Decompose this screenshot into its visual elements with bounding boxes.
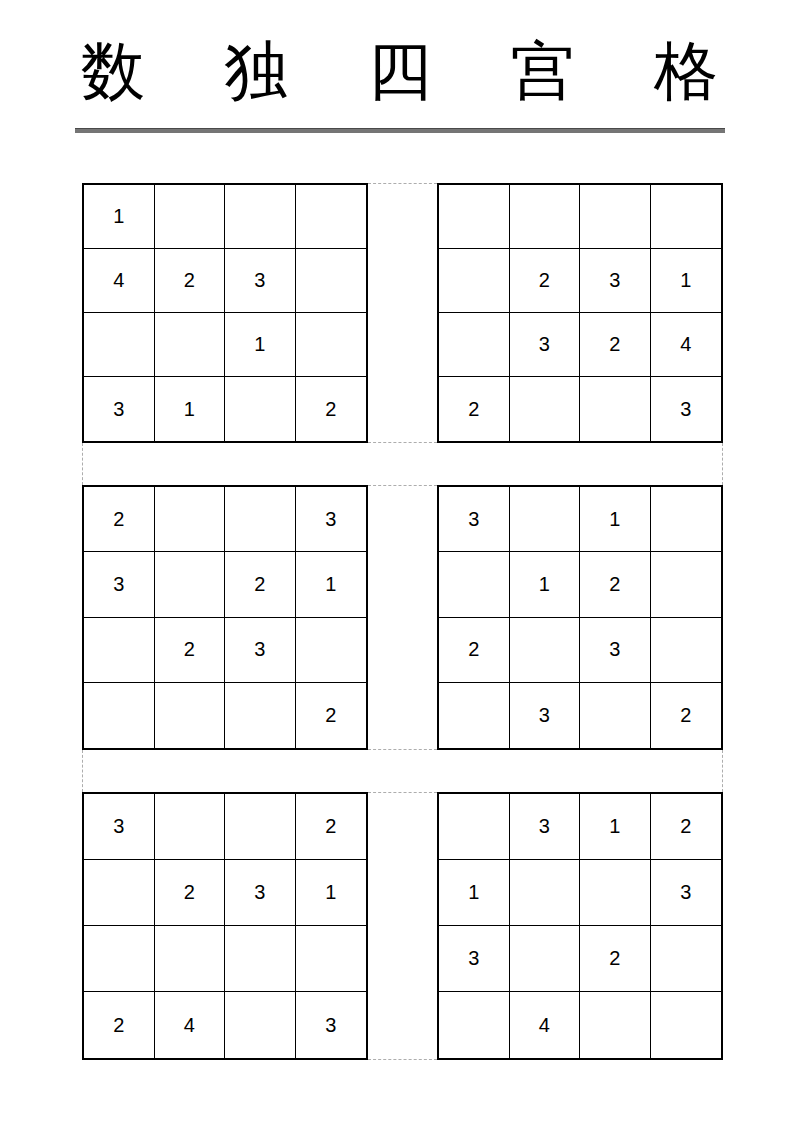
p1-r1c4 — [296, 185, 367, 249]
p4-r2c4 — [651, 552, 722, 617]
p2-r3c4: 4 — [651, 313, 722, 377]
p1-r4c3 — [225, 377, 296, 441]
p2-r2c2: 2 — [510, 249, 581, 313]
p2-r1c1 — [439, 185, 510, 249]
p2-r3c1 — [439, 313, 510, 377]
p6-r3c4 — [651, 926, 722, 992]
title-char: 独 — [224, 38, 288, 105]
p1-r2c1: 4 — [84, 249, 155, 313]
p5-r4c2: 4 — [155, 992, 226, 1058]
title-divider — [75, 128, 725, 133]
p1-r1c1: 1 — [84, 185, 155, 249]
table-gap — [368, 750, 437, 792]
p4-r4c1 — [439, 683, 510, 748]
p3-r3c3: 3 — [225, 618, 296, 683]
p3-r1c4: 3 — [296, 487, 367, 552]
p1-r4c4: 2 — [296, 377, 367, 441]
table-gap — [368, 443, 437, 485]
p3-r4c2 — [155, 683, 226, 748]
p6-r1c3: 1 — [580, 794, 651, 860]
p6-r4c3 — [580, 992, 651, 1058]
p2-r1c3 — [580, 185, 651, 249]
p5-r2c1 — [84, 860, 155, 926]
p3-r2c3: 2 — [225, 552, 296, 617]
p4-r4c4: 2 — [651, 683, 722, 748]
p2-r2c4: 1 — [651, 249, 722, 313]
p6-r2c3 — [580, 860, 651, 926]
p5-r3c3 — [225, 926, 296, 992]
worksheet-page: 数 独 四 宫 格 1 4 2 3 1 3 1 2 — [0, 0, 793, 1122]
p5-r2c3: 3 — [225, 860, 296, 926]
p5-r4c1: 2 — [84, 992, 155, 1058]
p6-r1c1 — [439, 794, 510, 860]
sudoku-grid-1: 1 4 2 3 1 3 1 2 — [82, 183, 368, 443]
p3-r3c4 — [296, 618, 367, 683]
p4-r1c1: 3 — [439, 487, 510, 552]
p2-r3c2: 3 — [510, 313, 581, 377]
p6-r3c1: 3 — [439, 926, 510, 992]
title-char: 格 — [654, 38, 718, 105]
p6-r3c2 — [510, 926, 581, 992]
p5-r4c4: 3 — [296, 992, 367, 1058]
p4-r2c2: 1 — [510, 552, 581, 617]
p6-r1c4: 2 — [651, 794, 722, 860]
title-char: 四 — [368, 38, 432, 105]
p6-r4c2: 4 — [510, 992, 581, 1058]
p1-r2c4 — [296, 249, 367, 313]
p1-r2c2: 2 — [155, 249, 226, 313]
sudoku-grid-3: 2 3 3 2 1 2 3 2 — [82, 485, 368, 750]
p3-r4c1 — [84, 683, 155, 748]
p4-r2c3: 2 — [580, 552, 651, 617]
page-title: 数 独 四 宫 格 — [81, 38, 718, 105]
p3-r3c1 — [84, 618, 155, 683]
p6-r3c3: 2 — [580, 926, 651, 992]
p6-r2c2 — [510, 860, 581, 926]
p3-r3c2: 2 — [155, 618, 226, 683]
p5-r2c2: 2 — [155, 860, 226, 926]
p2-r3c3: 2 — [580, 313, 651, 377]
p4-r1c2 — [510, 487, 581, 552]
puzzle-table: 1 4 2 3 1 3 1 2 2 3 1 — [82, 183, 723, 1060]
p1-r3c2 — [155, 313, 226, 377]
sudoku-grid-5: 3 2 2 3 1 2 4 3 — [82, 792, 368, 1060]
sudoku-grid-6: 3 1 2 1 3 3 2 4 — [437, 792, 723, 1060]
p4-r3c4 — [651, 618, 722, 683]
p1-r3c4 — [296, 313, 367, 377]
title-char: 数 — [81, 38, 145, 105]
table-gap-dashed — [368, 485, 437, 750]
table-gap-dashed — [82, 443, 368, 485]
p5-r1c2 — [155, 794, 226, 860]
p3-r2c2 — [155, 552, 226, 617]
table-gap-dashed — [368, 183, 437, 443]
p5-r1c3 — [225, 794, 296, 860]
p4-r1c3: 1 — [580, 487, 651, 552]
p6-r4c4 — [651, 992, 722, 1058]
p4-r2c1 — [439, 552, 510, 617]
table-gap-dashed — [82, 750, 368, 792]
p3-r1c2 — [155, 487, 226, 552]
p1-r4c2: 1 — [155, 377, 226, 441]
sudoku-grid-2: 2 3 1 3 2 4 2 3 — [437, 183, 723, 443]
p5-r3c2 — [155, 926, 226, 992]
p2-r1c2 — [510, 185, 581, 249]
p4-r3c3: 3 — [580, 618, 651, 683]
p5-r2c4: 1 — [296, 860, 367, 926]
title-char: 宫 — [511, 38, 575, 105]
p2-r2c3: 3 — [580, 249, 651, 313]
p6-r2c1: 1 — [439, 860, 510, 926]
p6-r1c2: 3 — [510, 794, 581, 860]
p3-r1c1: 2 — [84, 487, 155, 552]
p3-r1c3 — [225, 487, 296, 552]
p5-r3c4 — [296, 926, 367, 992]
p1-r4c1: 3 — [84, 377, 155, 441]
p5-r3c1 — [84, 926, 155, 992]
p2-r4c3 — [580, 377, 651, 441]
p1-r1c2 — [155, 185, 226, 249]
p5-r4c3 — [225, 992, 296, 1058]
p3-r2c1: 3 — [84, 552, 155, 617]
p2-r2c1 — [439, 249, 510, 313]
p5-r1c1: 3 — [84, 794, 155, 860]
p2-r4c4: 3 — [651, 377, 722, 441]
p5-r1c4: 2 — [296, 794, 367, 860]
p4-r3c2 — [510, 618, 581, 683]
sudoku-grid-4: 3 1 1 2 2 3 3 2 — [437, 485, 723, 750]
p3-r4c3 — [225, 683, 296, 748]
p2-r1c4 — [651, 185, 722, 249]
table-gap-dashed — [437, 443, 723, 485]
p2-r4c2 — [510, 377, 581, 441]
p2-r4c1: 2 — [439, 377, 510, 441]
p1-r1c3 — [225, 185, 296, 249]
p1-r2c3: 3 — [225, 249, 296, 313]
p6-r4c1 — [439, 992, 510, 1058]
p4-r4c3 — [580, 683, 651, 748]
p1-r3c1 — [84, 313, 155, 377]
p6-r2c4: 3 — [651, 860, 722, 926]
p1-r3c3: 1 — [225, 313, 296, 377]
p4-r3c1: 2 — [439, 618, 510, 683]
p3-r4c4: 2 — [296, 683, 367, 748]
p4-r4c2: 3 — [510, 683, 581, 748]
p4-r1c4 — [651, 487, 722, 552]
table-gap-dashed — [437, 750, 723, 792]
p3-r2c4: 1 — [296, 552, 367, 617]
table-gap-dashed — [368, 792, 437, 1060]
